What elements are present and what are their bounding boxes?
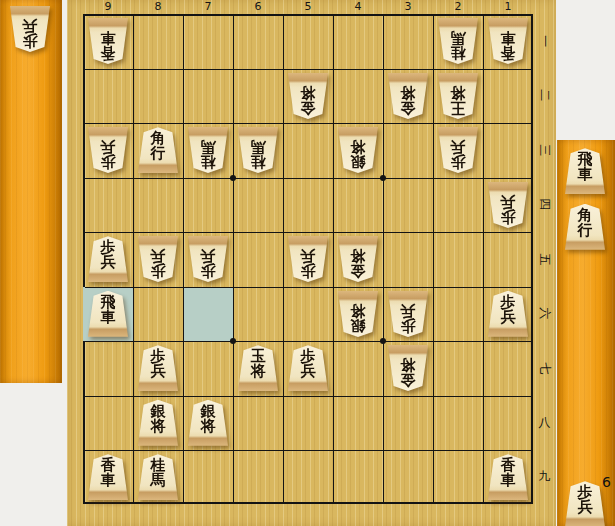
koma-gote-73[interactable]: 桂馬 — [183, 123, 233, 178]
hand-koma-sente-飛車[interactable]: 飛車 — [560, 144, 610, 199]
koma-sente-67[interactable]: 玉将 — [233, 341, 283, 396]
koma-face: 銀将 — [138, 400, 178, 446]
koma-gote-46[interactable]: 銀将 — [333, 287, 383, 342]
koma-gote-21[interactable]: 桂馬 — [433, 14, 483, 69]
column-label: 7 — [183, 0, 233, 14]
koma-gote-36[interactable]: 歩兵 — [383, 287, 433, 342]
grid-line — [85, 287, 531, 288]
koma-sente-57[interactable]: 歩兵 — [283, 341, 333, 396]
row-labels: 一二三四五六七八九 — [533, 14, 556, 504]
column-label: 6 — [233, 0, 283, 14]
koma-face: 桂馬 — [438, 18, 478, 64]
koma-gote-63[interactable]: 桂馬 — [233, 123, 283, 178]
column-label: 3 — [383, 0, 433, 14]
hand-koma-gote-歩兵[interactable]: 歩兵 — [5, 2, 55, 57]
shogi-app: 歩兵 987654321 香車桂馬香車金将金将王将歩兵角行桂馬桂馬銀将歩兵歩兵歩… — [0, 0, 615, 526]
column-label: 4 — [333, 0, 383, 14]
koma-face: 桂馬 — [138, 454, 178, 500]
column-label: 2 — [433, 0, 483, 14]
koma-gote-32[interactable]: 金将 — [383, 69, 433, 124]
koma-face: 金将 — [288, 73, 328, 119]
koma-face: 香車 — [88, 18, 128, 64]
koma-gote-52[interactable]: 金将 — [283, 69, 333, 124]
koma-face: 飛車 — [88, 291, 128, 337]
koma-sente-87[interactable]: 歩兵 — [133, 341, 183, 396]
column-labels: 987654321 — [83, 0, 533, 14]
koma-sente-19[interactable]: 香車 — [483, 450, 533, 505]
shogi-board: 987654321 香車桂馬香車金将金将王将歩兵角行桂馬桂馬銀将歩兵歩兵歩兵歩兵… — [67, 0, 556, 526]
koma-face: 歩兵 — [288, 236, 328, 282]
gote-hand-tray[interactable]: 歩兵 — [0, 0, 62, 383]
koma-sente-95[interactable]: 歩兵 — [83, 232, 133, 287]
koma-sente-88[interactable]: 銀将 — [133, 396, 183, 451]
koma-sente-96[interactable]: 飛車 — [83, 287, 133, 342]
column-label: 8 — [133, 0, 183, 14]
koma-face: 歩兵 — [10, 6, 50, 52]
grid-line — [85, 178, 531, 179]
koma-face: 金将 — [338, 236, 378, 282]
hand-koma-sente-角行[interactable]: 角行 — [560, 200, 610, 255]
grid-line — [233, 16, 234, 502]
koma-face: 歩兵 — [288, 345, 328, 391]
koma-face: 金将 — [388, 73, 428, 119]
koma-sente-99[interactable]: 香車 — [83, 450, 133, 505]
row-label: 八 — [533, 395, 556, 449]
koma-face: 歩兵 — [138, 236, 178, 282]
koma-face: 王将 — [438, 73, 478, 119]
column-label: 5 — [283, 0, 333, 14]
koma-face: 歩兵 — [438, 127, 478, 173]
koma-sente-89[interactable]: 桂馬 — [133, 450, 183, 505]
koma-face: 歩兵 — [138, 345, 178, 391]
koma-face: 銀将 — [338, 291, 378, 337]
koma-face: 角行 — [138, 127, 178, 173]
column-label: 1 — [483, 0, 533, 14]
koma-face: 歩兵 — [188, 236, 228, 282]
koma-face: 玉将 — [238, 345, 278, 391]
koma-gote-22[interactable]: 王将 — [433, 69, 483, 124]
koma-gote-75[interactable]: 歩兵 — [183, 232, 233, 287]
koma-gote-85[interactable]: 歩兵 — [133, 232, 183, 287]
highlighted-square[interactable] — [183, 287, 233, 342]
row-label: 二 — [517, 84, 571, 107]
koma-face: 角行 — [565, 204, 605, 250]
koma-face: 香車 — [88, 454, 128, 500]
koma-face: 歩兵 — [388, 291, 428, 337]
koma-face: 歩兵 — [88, 236, 128, 282]
koma-face: 銀将 — [188, 400, 228, 446]
koma-face: 桂馬 — [188, 127, 228, 173]
row-label: 九 — [533, 450, 556, 504]
koma-face: 銀将 — [338, 127, 378, 173]
koma-face: 飛車 — [565, 148, 605, 194]
koma-face: 歩兵 — [88, 127, 128, 173]
koma-face: 香車 — [488, 454, 528, 500]
koma-gote-45[interactable]: 金将 — [333, 232, 383, 287]
koma-face: 金将 — [388, 345, 428, 391]
koma-sente-78[interactable]: 銀将 — [183, 396, 233, 451]
koma-face: 歩兵 — [565, 481, 605, 526]
koma-sente-83[interactable]: 角行 — [133, 123, 183, 178]
koma-gote-43[interactable]: 銀将 — [333, 123, 383, 178]
koma-gote-55[interactable]: 歩兵 — [283, 232, 333, 287]
koma-gote-37[interactable]: 金将 — [383, 341, 433, 396]
sente-hand-tray[interactable]: 飛車角行歩兵6 — [557, 140, 615, 526]
koma-gote-93[interactable]: 歩兵 — [83, 123, 133, 178]
grid-line — [483, 16, 484, 502]
row-label: 一 — [517, 30, 571, 53]
koma-face: 桂馬 — [238, 127, 278, 173]
board-grid[interactable]: 香車桂馬香車金将金将王将歩兵角行桂馬桂馬銀将歩兵歩兵歩兵歩兵歩兵歩兵金将飛車銀将… — [83, 14, 533, 504]
koma-gote-23[interactable]: 歩兵 — [433, 123, 483, 178]
koma-gote-91[interactable]: 香車 — [83, 14, 133, 69]
hand-count: 6 — [602, 474, 611, 490]
column-label: 9 — [83, 0, 133, 14]
